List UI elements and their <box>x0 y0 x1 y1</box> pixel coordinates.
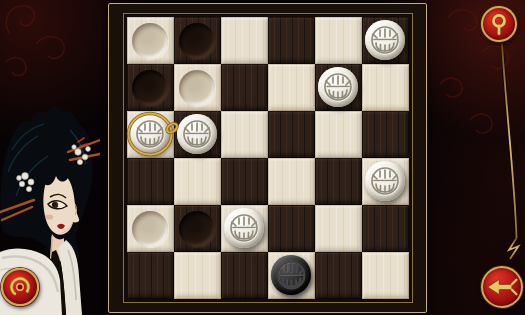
game-board-frame <box>108 3 427 313</box>
square-r1c5[interactable] <box>362 64 409 111</box>
white-piece[interactable] <box>224 208 264 248</box>
square-r5c4[interactable] <box>315 252 362 299</box>
square-r2c1[interactable] <box>174 111 221 158</box>
square-r2c4[interactable] <box>315 111 362 158</box>
square-r2c0[interactable] <box>127 111 174 158</box>
square-r3c1[interactable] <box>174 158 221 205</box>
piece-socket <box>179 211 215 247</box>
square-r5c1[interactable] <box>174 252 221 299</box>
crescent-icon <box>3 270 37 304</box>
square-r0c5[interactable] <box>362 17 409 64</box>
kimono-emblem-button[interactable] <box>1 268 39 306</box>
square-r0c1[interactable] <box>174 17 221 64</box>
square-r0c3[interactable] <box>268 17 315 64</box>
square-r4c0[interactable] <box>127 205 174 252</box>
square-r1c0[interactable] <box>127 64 174 111</box>
white-piece[interactable] <box>365 20 405 60</box>
back-button[interactable] <box>481 266 523 308</box>
white-piece[interactable] <box>318 67 358 107</box>
square-r3c3[interactable] <box>268 158 315 205</box>
square-r4c4[interactable] <box>315 205 362 252</box>
hairpin-menu-button[interactable] <box>481 6 517 42</box>
piece-socket <box>179 70 215 106</box>
white-piece[interactable] <box>177 114 217 154</box>
square-r1c1[interactable] <box>174 64 221 111</box>
square-r4c3[interactable] <box>268 205 315 252</box>
square-r0c2[interactable] <box>221 17 268 64</box>
square-r1c3[interactable] <box>268 64 315 111</box>
hairpin-keyhole-icon <box>483 8 515 40</box>
piece-socket <box>132 70 168 106</box>
white-piece[interactable] <box>365 161 405 201</box>
game-screen <box>0 0 525 315</box>
square-r3c4[interactable] <box>315 158 362 205</box>
square-r3c2[interactable] <box>221 158 268 205</box>
square-r1c2[interactable] <box>221 64 268 111</box>
square-r5c2[interactable] <box>221 252 268 299</box>
square-r4c2[interactable] <box>221 205 268 252</box>
square-r2c5[interactable] <box>362 111 409 158</box>
square-r0c4[interactable] <box>315 17 362 64</box>
square-r4c1[interactable] <box>174 205 221 252</box>
square-r1c4[interactable] <box>315 64 362 111</box>
checkers-board <box>127 17 409 299</box>
square-r3c5[interactable] <box>362 158 409 205</box>
square-r0c0[interactable] <box>127 17 174 64</box>
piece-socket <box>179 23 215 59</box>
square-r5c5[interactable] <box>362 252 409 299</box>
square-r2c2[interactable] <box>221 111 268 158</box>
piece-socket <box>132 23 168 59</box>
square-r5c3[interactable] <box>268 252 315 299</box>
square-r3c0[interactable] <box>127 158 174 205</box>
left-arrow-icon <box>483 268 521 306</box>
piece-socket <box>132 211 168 247</box>
black-piece[interactable] <box>271 255 311 295</box>
white-piece[interactable] <box>130 114 170 154</box>
square-r2c3[interactable] <box>268 111 315 158</box>
square-r5c0[interactable] <box>127 252 174 299</box>
square-r4c5[interactable] <box>362 205 409 252</box>
board-inner-border <box>123 13 413 303</box>
